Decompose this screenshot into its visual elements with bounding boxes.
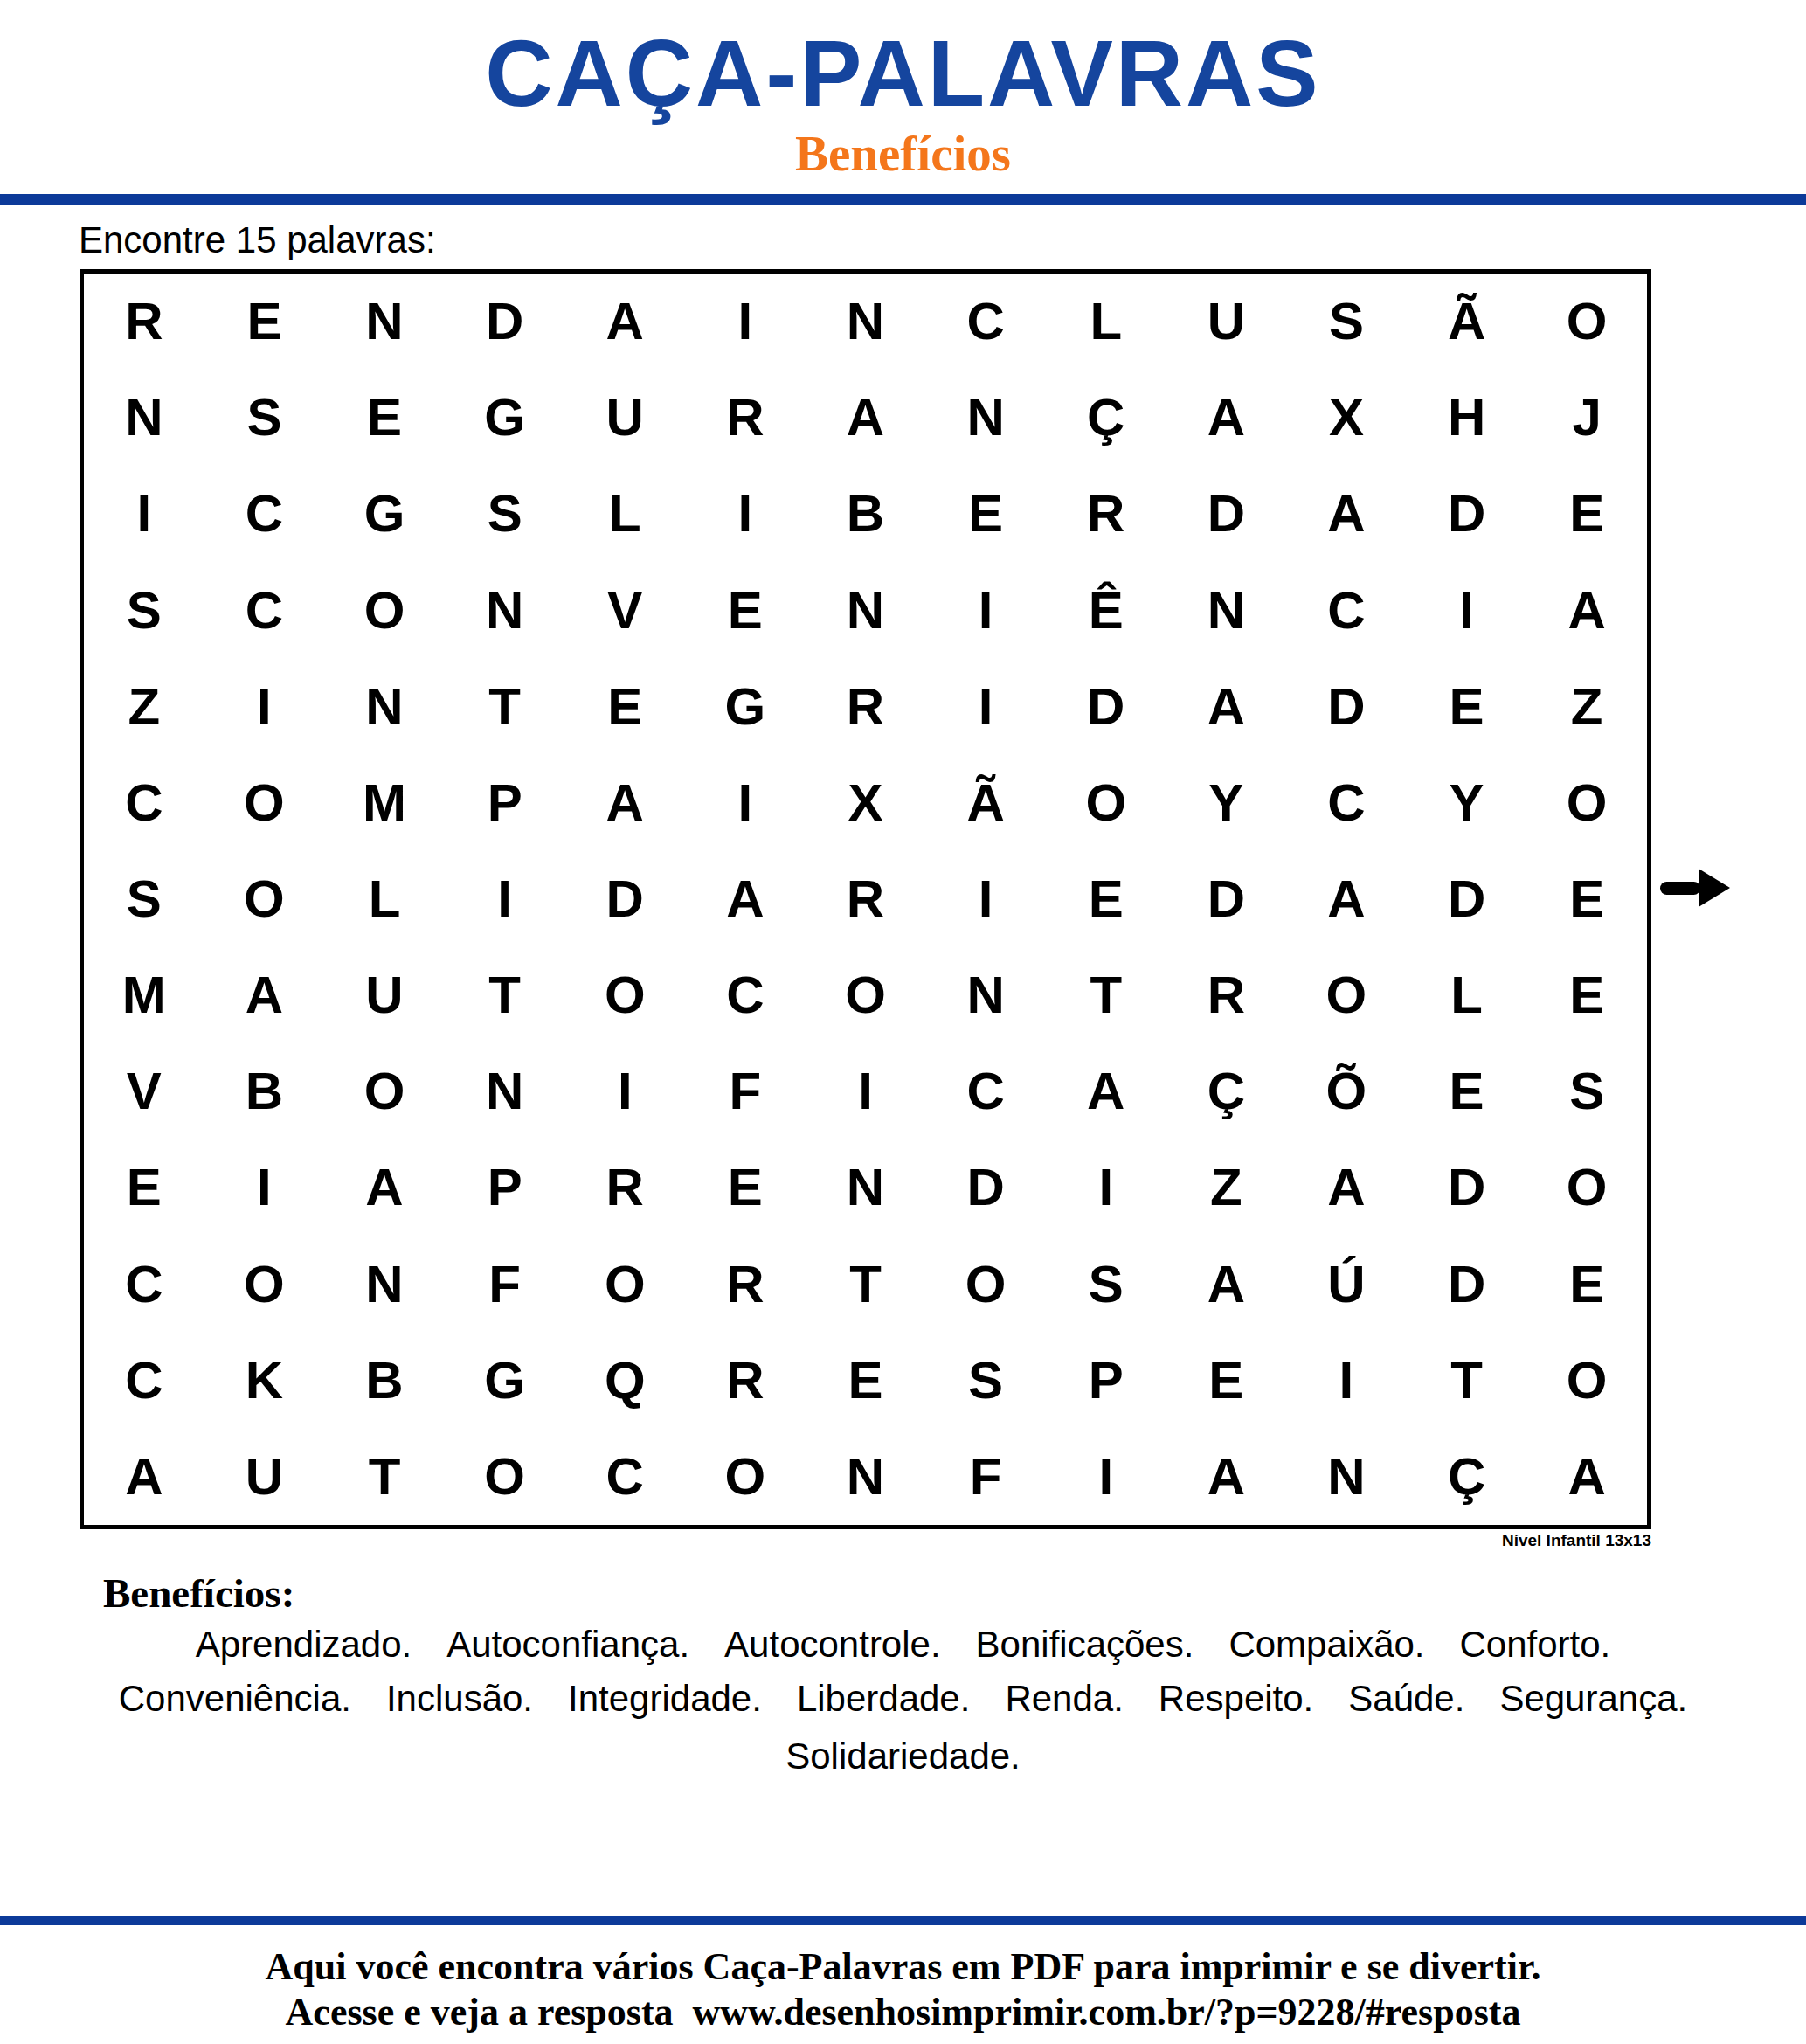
grid-cell-r8c3[interactable]: U xyxy=(324,947,445,1043)
grid-cell-r7c10[interactable]: D xyxy=(1166,851,1287,947)
grid-cell-r2c1[interactable]: N xyxy=(84,370,204,466)
grid-cell-r10c12[interactable]: D xyxy=(1407,1140,1527,1236)
word-item: Solidariedade. xyxy=(785,1736,1021,1777)
grid-cell-r10c7[interactable]: N xyxy=(806,1140,926,1236)
grid-cell-r13c1[interactable]: A xyxy=(84,1429,204,1525)
grid-cell-r12c3[interactable]: B xyxy=(324,1333,445,1429)
grid-cell-r3c11[interactable]: A xyxy=(1286,466,1407,562)
grid-cell-r10c10[interactable]: Z xyxy=(1166,1140,1287,1236)
grid-cell-r12c7[interactable]: E xyxy=(806,1333,926,1429)
grid-cell-r7c4[interactable]: I xyxy=(445,851,565,947)
grid-cell-r6c1[interactable]: C xyxy=(84,755,204,851)
word-item: Aprendizado. xyxy=(196,1624,412,1666)
grid-cell-r11c3[interactable]: N xyxy=(324,1237,445,1333)
grid-cell-r7c5[interactable]: D xyxy=(564,851,685,947)
grid-cell-r7c7[interactable]: R xyxy=(806,851,926,947)
word-item: Autocontrole. xyxy=(724,1624,941,1666)
grid-cell-r6c10[interactable]: Y xyxy=(1166,755,1287,851)
grid-cell-r4c12[interactable]: I xyxy=(1407,562,1527,658)
grid-cell-r13c3[interactable]: T xyxy=(324,1429,445,1525)
grid-cell-r9c9[interactable]: A xyxy=(1046,1043,1166,1140)
grid-cell-r10c9[interactable]: I xyxy=(1046,1140,1166,1236)
grid-cell-r9c11[interactable]: Õ xyxy=(1286,1043,1407,1140)
grid-cell-r11c10[interactable]: A xyxy=(1166,1237,1287,1333)
grid-cell-r11c9[interactable]: S xyxy=(1046,1237,1166,1333)
grid-cell-r12c5[interactable]: Q xyxy=(564,1333,685,1429)
grid-cell-r6c5[interactable]: A xyxy=(564,755,685,851)
grid-cell-r12c11[interactable]: I xyxy=(1286,1333,1407,1429)
grid-cell-r12c9[interactable]: P xyxy=(1046,1333,1166,1429)
grid-cell-r1c12[interactable]: Ã xyxy=(1407,274,1527,370)
word-item: Integridade. xyxy=(568,1678,762,1720)
grid-cell-r8c13[interactable]: E xyxy=(1526,947,1647,1043)
grid-cell-r2c6[interactable]: R xyxy=(685,370,806,466)
word-item: Segurança. xyxy=(1499,1678,1687,1720)
level-note: Nível Infantil 13x13 xyxy=(1502,1532,1651,1550)
grid-cell-r12c13[interactable]: O xyxy=(1526,1333,1647,1429)
grid-cell-r1c9[interactable]: L xyxy=(1046,274,1166,370)
grid-cell-r8c4[interactable]: T xyxy=(445,947,565,1043)
grid-cell-r8c6[interactable]: C xyxy=(685,947,806,1043)
grid-cell-r13c7[interactable]: N xyxy=(806,1429,926,1525)
grid-cell-r2c4[interactable]: G xyxy=(445,370,565,466)
grid-cell-r12c1[interactable]: C xyxy=(84,1333,204,1429)
grid-cell-r8c8[interactable]: N xyxy=(925,947,1046,1043)
grid-cell-r4c9[interactable]: Ê xyxy=(1046,562,1166,658)
grid-cell-r3c4[interactable]: S xyxy=(445,466,565,562)
grid-cell-r10c5[interactable]: R xyxy=(564,1140,685,1236)
top-divider xyxy=(0,194,1806,205)
grid-cell-r13c11[interactable]: N xyxy=(1286,1429,1407,1525)
grid-cell-r7c1[interactable]: S xyxy=(84,851,204,947)
grid-cell-r1c4[interactable]: D xyxy=(445,274,565,370)
word-item: Bonificações. xyxy=(976,1624,1194,1666)
grid-cell-r7c6[interactable]: A xyxy=(685,851,806,947)
grid-cell-r4c5[interactable]: V xyxy=(564,562,685,658)
grid-cell-r13c13[interactable]: A xyxy=(1526,1429,1647,1525)
grid-cell-r5c10[interactable]: A xyxy=(1166,659,1287,755)
grid-cell-r10c11[interactable]: A xyxy=(1286,1140,1407,1236)
grid-cell-r13c6[interactable]: O xyxy=(685,1429,806,1525)
grid-cell-r6c13[interactable]: O xyxy=(1526,755,1647,851)
grid-cell-r11c11[interactable]: Ú xyxy=(1286,1237,1407,1333)
grid-cell-r7c2[interactable]: O xyxy=(204,851,325,947)
word-item: Respeito. xyxy=(1159,1678,1313,1720)
grid-cell-r4c1[interactable]: S xyxy=(84,562,204,658)
grid-cell-r6c9[interactable]: O xyxy=(1046,755,1166,851)
grid-cell-r11c7[interactable]: T xyxy=(806,1237,926,1333)
grid-cell-r6c6[interactable]: I xyxy=(685,755,806,851)
grid-cell-r6c3[interactable]: M xyxy=(324,755,445,851)
grid-cell-r1c7[interactable]: N xyxy=(806,274,926,370)
word-item: Liberdade. xyxy=(797,1678,971,1720)
word-list-line-3: Solidariedade. xyxy=(0,1736,1806,1777)
grid-cell-r3c2[interactable]: C xyxy=(204,466,325,562)
grid-cell-r1c2[interactable]: E xyxy=(204,274,325,370)
bottom-divider xyxy=(0,1916,1806,1925)
grid-cell-r9c13[interactable]: S xyxy=(1526,1043,1647,1140)
grid-cell-r6c8[interactable]: Ã xyxy=(925,755,1046,851)
word-list-heading: Benefícios: xyxy=(103,1571,294,1617)
grid-cell-r10c1[interactable]: E xyxy=(84,1140,204,1236)
word-item: Autoconfiança. xyxy=(446,1624,689,1666)
grid-cell-r11c6[interactable]: R xyxy=(685,1237,806,1333)
grid-cell-r11c13[interactable]: E xyxy=(1526,1237,1647,1333)
grid-cell-r3c8[interactable]: E xyxy=(925,466,1046,562)
grid-cell-r2c10[interactable]: A xyxy=(1166,370,1287,466)
grid-cell-r6c12[interactable]: Y xyxy=(1407,755,1527,851)
grid-cell-r2c11[interactable]: X xyxy=(1286,370,1407,466)
grid-cell-r8c9[interactable]: T xyxy=(1046,947,1166,1043)
word-list-line-2: Conveniência.Inclusão.Integridade.Liberd… xyxy=(0,1678,1806,1720)
grid-cell-r4c6[interactable]: E xyxy=(685,562,806,658)
grid-cell-r12c4[interactable]: G xyxy=(445,1333,565,1429)
grid-cell-r10c6[interactable]: E xyxy=(685,1140,806,1236)
grid-cell-r2c2[interactable]: S xyxy=(204,370,325,466)
footer-access-text: Acesse e veja a respostawww.desenhosimpr… xyxy=(0,1991,1806,2035)
grid-cell-r4c2[interactable]: C xyxy=(204,562,325,658)
grid-cell-r3c10[interactable]: D xyxy=(1166,466,1287,562)
grid-cell-r12c6[interactable]: R xyxy=(685,1333,806,1429)
grid-cell-r11c8[interactable]: O xyxy=(925,1237,1046,1333)
grid-cell-r1c8[interactable]: C xyxy=(925,274,1046,370)
grid-cell-r1c5[interactable]: A xyxy=(564,274,685,370)
grid-cell-r4c4[interactable]: N xyxy=(445,562,565,658)
arrow-head xyxy=(1699,869,1730,907)
grid-cell-r10c3[interactable]: A xyxy=(324,1140,445,1236)
word-item: Compaixão. xyxy=(1228,1624,1424,1666)
grid-cell-r11c1[interactable]: C xyxy=(84,1237,204,1333)
grid-cell-r5c11[interactable]: D xyxy=(1286,659,1407,755)
grid-cell-r8c5[interactable]: O xyxy=(564,947,685,1043)
footer-text: Aqui você encontra vários Caça-Palavras … xyxy=(0,1945,1806,1990)
footer-access-prefix: Acesse e veja a resposta xyxy=(286,1991,674,2034)
grid-cell-r2c5[interactable]: U xyxy=(564,370,685,466)
grid-cell-r9c10[interactable]: Ç xyxy=(1166,1043,1287,1140)
grid-cell-r7c9[interactable]: E xyxy=(1046,851,1166,947)
grid-cell-r6c11[interactable]: C xyxy=(1286,755,1407,851)
grid-cell-r6c7[interactable]: X xyxy=(806,755,926,851)
grid-cell-r3c13[interactable]: E xyxy=(1526,466,1647,562)
word-item: Renda. xyxy=(1005,1678,1123,1720)
grid-cell-r8c1[interactable]: M xyxy=(84,947,204,1043)
grid-cell-r5c2[interactable]: I xyxy=(204,659,325,755)
grid-cell-r2c9[interactable]: Ç xyxy=(1046,370,1166,466)
grid-cell-r9c12[interactable]: E xyxy=(1407,1043,1527,1140)
grid-cell-r2c13[interactable]: J xyxy=(1526,370,1647,466)
grid-cell-r5c5[interactable]: E xyxy=(564,659,685,755)
grid-cell-r12c2[interactable]: K xyxy=(204,1333,325,1429)
grid-cell-r1c6[interactable]: I xyxy=(685,274,806,370)
arrow-shaft xyxy=(1660,882,1700,895)
word-item: Inclusão. xyxy=(386,1678,533,1720)
grid-cell-r5c4[interactable]: T xyxy=(445,659,565,755)
grid-cell-r5c7[interactable]: R xyxy=(806,659,926,755)
grid-cell-r13c2[interactable]: U xyxy=(204,1429,325,1525)
page-title: CAÇA-PALAVRAS xyxy=(0,24,1806,122)
grid-cell-r13c4[interactable]: O xyxy=(445,1429,565,1525)
grid-cell-r6c4[interactable]: P xyxy=(445,755,565,851)
grid-cell-r2c12[interactable]: H xyxy=(1407,370,1527,466)
grid-cell-r5c12[interactable]: E xyxy=(1407,659,1527,755)
grid-cell-r5c1[interactable]: Z xyxy=(84,659,204,755)
grid-cell-r4c3[interactable]: O xyxy=(324,562,445,658)
grid-cell-r4c10[interactable]: N xyxy=(1166,562,1287,658)
grid-cell-r1c1[interactable]: R xyxy=(84,274,204,370)
grid-cell-r7c13[interactable]: E xyxy=(1526,851,1647,947)
grid-cell-r13c10[interactable]: A xyxy=(1166,1429,1287,1525)
word-item: Conveniência. xyxy=(119,1678,351,1720)
grid-cell-r7c11[interactable]: A xyxy=(1286,851,1407,947)
grid-cell-r11c12[interactable]: D xyxy=(1407,1237,1527,1333)
grid-cell-r10c13[interactable]: O xyxy=(1526,1140,1647,1236)
grid-cell-r12c10[interactable]: E xyxy=(1166,1333,1287,1429)
grid-cell-r8c2[interactable]: A xyxy=(204,947,325,1043)
grid-cell-r3c12[interactable]: D xyxy=(1407,466,1527,562)
grid-cell-r1c11[interactable]: S xyxy=(1286,274,1407,370)
grid-cell-r5c6[interactable]: G xyxy=(685,659,806,755)
grid-cell-r5c8[interactable]: I xyxy=(925,659,1046,755)
grid-cell-r2c8[interactable]: N xyxy=(925,370,1046,466)
grid-cell-r4c8[interactable]: I xyxy=(925,562,1046,658)
grid-cell-r5c13[interactable]: Z xyxy=(1526,659,1647,755)
grid-cell-r4c7[interactable]: N xyxy=(806,562,926,658)
row-hint-arrow-icon xyxy=(1660,869,1730,907)
grid-cell-r1c3[interactable]: N xyxy=(324,274,445,370)
grid-cell-r7c8[interactable]: I xyxy=(925,851,1046,947)
grid-cell-r8c7[interactable]: O xyxy=(806,947,926,1043)
grid-cell-r13c9[interactable]: I xyxy=(1046,1429,1166,1525)
grid-cell-r9c3[interactable]: O xyxy=(324,1043,445,1140)
grid-cell-r11c2[interactable]: O xyxy=(204,1237,325,1333)
page-subtitle: Benefícios xyxy=(0,128,1806,180)
footer-url: www.desenhosimprimir.com.br/?p=9228/#res… xyxy=(693,1991,1521,2034)
grid-cell-r13c8[interactable]: F xyxy=(925,1429,1046,1525)
grid-cell-r6c2[interactable]: O xyxy=(204,755,325,851)
grid-cell-r9c6[interactable]: F xyxy=(685,1043,806,1140)
grid-cell-r2c3[interactable]: E xyxy=(324,370,445,466)
grid-cell-r8c11[interactable]: O xyxy=(1286,947,1407,1043)
grid-cell-r7c3[interactable]: L xyxy=(324,851,445,947)
grid-cell-r13c5[interactable]: C xyxy=(564,1429,685,1525)
grid-cell-r3c6[interactable]: I xyxy=(685,466,806,562)
grid-cell-r1c13[interactable]: O xyxy=(1526,274,1647,370)
grid-cell-r3c9[interactable]: R xyxy=(1046,466,1166,562)
grid-cell-r8c10[interactable]: R xyxy=(1166,947,1287,1043)
grid-cell-r3c1[interactable]: I xyxy=(84,466,204,562)
grid-cell-r10c2[interactable]: I xyxy=(204,1140,325,1236)
grid-cell-r8c12[interactable]: L xyxy=(1407,947,1527,1043)
word-search-grid: RENDAINCLUSÃONSEGURANÇAXHJICGSLIBERDADES… xyxy=(80,269,1651,1529)
grid-cell-r13c12[interactable]: Ç xyxy=(1407,1429,1527,1525)
grid-cell-r4c13[interactable]: A xyxy=(1526,562,1647,658)
grid-cell-r5c9[interactable]: D xyxy=(1046,659,1166,755)
grid-cell-r10c8[interactable]: D xyxy=(925,1140,1046,1236)
word-list-line-1: Aprendizado.Autoconfiança.Autocontrole.B… xyxy=(0,1624,1806,1666)
grid-cell-r7c12[interactable]: D xyxy=(1407,851,1527,947)
grid-cell-r12c8[interactable]: S xyxy=(925,1333,1046,1429)
grid-cell-r9c1[interactable]: V xyxy=(84,1043,204,1140)
instruction-label: Encontre 15 palavras: xyxy=(79,220,436,260)
grid-cell-r9c5[interactable]: I xyxy=(564,1043,685,1140)
grid-cell-r2c7[interactable]: A xyxy=(806,370,926,466)
grid-cell-r3c7[interactable]: B xyxy=(806,466,926,562)
grid-cell-r3c5[interactable]: L xyxy=(564,466,685,562)
grid-cell-r9c7[interactable]: I xyxy=(806,1043,926,1140)
grid-cell-r9c8[interactable]: C xyxy=(925,1043,1046,1140)
grid-cell-r5c3[interactable]: N xyxy=(324,659,445,755)
word-item: Saúde. xyxy=(1348,1678,1464,1720)
grid-cell-r12c12[interactable]: T xyxy=(1407,1333,1527,1429)
grid-cell-r4c11[interactable]: C xyxy=(1286,562,1407,658)
grid-cell-r10c4[interactable]: P xyxy=(445,1140,565,1236)
grid-cell-r11c4[interactable]: F xyxy=(445,1237,565,1333)
grid-cell-r1c10[interactable]: U xyxy=(1166,274,1287,370)
grid-cell-r9c2[interactable]: B xyxy=(204,1043,325,1140)
worksheet-page: CAÇA-PALAVRAS Benefícios Encontre 15 pal… xyxy=(0,0,1806,2044)
grid-cell-r9c4[interactable]: N xyxy=(445,1043,565,1140)
word-item: Conforto. xyxy=(1460,1624,1611,1666)
grid-cell-r3c3[interactable]: G xyxy=(324,466,445,562)
grid-cell-r11c5[interactable]: O xyxy=(564,1237,685,1333)
